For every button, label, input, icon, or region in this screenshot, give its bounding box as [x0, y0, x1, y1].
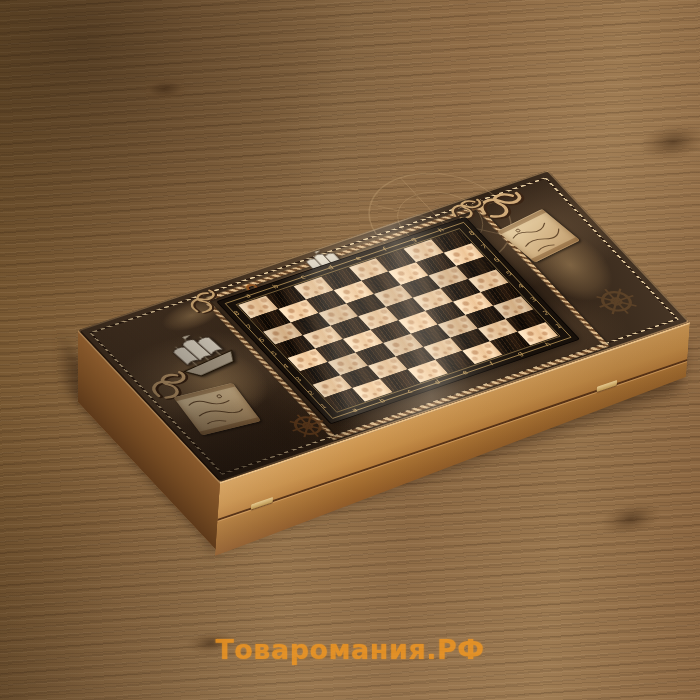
file-label-g: g — [409, 237, 418, 243]
wood-knot — [127, 69, 203, 108]
file-label-e: e — [461, 370, 470, 376]
wood-knot — [585, 490, 678, 549]
watermark-text: Товаромания.РФ — [0, 634, 700, 665]
file-label-g: g — [516, 351, 525, 357]
file-label-e: e — [354, 255, 363, 261]
rank-label-8: 8 — [233, 311, 242, 317]
rank-label-8: 8 — [468, 231, 477, 237]
rank-label-3: 3 — [530, 297, 539, 303]
rank-label-6: 6 — [492, 257, 501, 263]
file-label-d: d — [433, 379, 442, 385]
brass-hinge-right — [597, 380, 618, 392]
file-label-a: a — [244, 293, 253, 299]
rank-label-1: 1 — [554, 323, 563, 329]
product-photo: ⚓ — [0, 0, 700, 700]
wood-knot — [622, 111, 700, 173]
file-label-h: h — [544, 342, 553, 348]
file-label-b: b — [378, 398, 387, 404]
file-label-d: d — [327, 265, 336, 271]
file-label-c: c — [299, 274, 307, 280]
file-label-c: c — [406, 389, 414, 395]
file-label-a: a — [351, 407, 360, 413]
rank-label-4: 4 — [517, 284, 526, 290]
rank-label-7: 7 — [480, 244, 489, 250]
rank-label-2: 2 — [542, 310, 551, 316]
rank-label-7: 7 — [245, 324, 254, 330]
file-label-h: h — [437, 227, 446, 233]
file-label-b: b — [271, 284, 280, 290]
rank-label-4: 4 — [282, 364, 291, 370]
file-label-f: f — [382, 247, 389, 253]
rank-label-1: 1 — [319, 403, 328, 409]
rank-label-5: 5 — [270, 350, 279, 356]
rank-label-5: 5 — [505, 270, 514, 276]
rank-label-6: 6 — [257, 337, 266, 343]
file-label-f: f — [489, 361, 496, 367]
rank-label-3: 3 — [294, 377, 303, 383]
rank-label-2: 2 — [307, 390, 316, 396]
